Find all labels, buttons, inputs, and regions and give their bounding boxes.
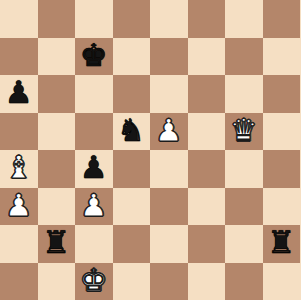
square-b2[interactable]: ♜ xyxy=(38,225,76,263)
square-d7[interactable] xyxy=(113,38,151,76)
piece-black-pawn[interactable]: ♟ xyxy=(80,152,108,183)
piece-black-rook[interactable]: ♜ xyxy=(42,227,70,258)
square-c6[interactable] xyxy=(75,75,113,113)
piece-black-pawn[interactable]: ♟ xyxy=(5,77,33,108)
square-f5[interactable] xyxy=(188,113,226,151)
square-h4[interactable] xyxy=(263,150,301,188)
square-h2[interactable]: ♜ xyxy=(263,225,301,263)
square-b8[interactable] xyxy=(38,0,76,38)
square-h3[interactable] xyxy=(263,188,301,226)
square-f6[interactable] xyxy=(188,75,226,113)
piece-white-pawn[interactable]: ♟ xyxy=(5,190,33,221)
square-c2[interactable] xyxy=(75,225,113,263)
square-c1[interactable]: ♚ xyxy=(75,263,113,300)
square-a7[interactable] xyxy=(0,38,38,76)
square-b7[interactable] xyxy=(38,38,76,76)
square-e1[interactable] xyxy=(150,263,188,300)
square-c5[interactable] xyxy=(75,113,113,151)
square-g1[interactable] xyxy=(225,263,263,300)
square-h6[interactable] xyxy=(263,75,301,113)
square-g6[interactable] xyxy=(225,75,263,113)
square-g2[interactable] xyxy=(225,225,263,263)
square-b3[interactable] xyxy=(38,188,76,226)
square-g3[interactable] xyxy=(225,188,263,226)
square-e5[interactable]: ♟ xyxy=(150,113,188,151)
square-c4[interactable]: ♟ xyxy=(75,150,113,188)
square-g8[interactable] xyxy=(225,0,263,38)
square-e2[interactable] xyxy=(150,225,188,263)
square-g7[interactable] xyxy=(225,38,263,76)
piece-white-pawn[interactable]: ♟ xyxy=(155,115,183,146)
piece-white-pawn[interactable]: ♟ xyxy=(80,190,108,221)
square-e3[interactable] xyxy=(150,188,188,226)
square-b5[interactable] xyxy=(38,113,76,151)
square-d3[interactable] xyxy=(113,188,151,226)
square-c3[interactable]: ♟ xyxy=(75,188,113,226)
square-e4[interactable] xyxy=(150,150,188,188)
square-f3[interactable] xyxy=(188,188,226,226)
square-f4[interactable] xyxy=(188,150,226,188)
square-d8[interactable] xyxy=(113,0,151,38)
square-d2[interactable] xyxy=(113,225,151,263)
square-f7[interactable] xyxy=(188,38,226,76)
square-a2[interactable] xyxy=(0,225,38,263)
piece-black-knight[interactable]: ♞ xyxy=(117,115,145,146)
square-b6[interactable] xyxy=(38,75,76,113)
square-f8[interactable] xyxy=(188,0,226,38)
piece-black-rook[interactable]: ♜ xyxy=(267,227,295,258)
square-h7[interactable] xyxy=(263,38,301,76)
piece-white-queen[interactable]: ♛ xyxy=(230,115,258,146)
square-e8[interactable] xyxy=(150,0,188,38)
square-h8[interactable] xyxy=(263,0,301,38)
square-d4[interactable] xyxy=(113,150,151,188)
square-a6[interactable]: ♟ xyxy=(0,75,38,113)
square-f1[interactable] xyxy=(188,263,226,300)
piece-black-king[interactable]: ♚ xyxy=(80,40,108,71)
square-h1[interactable] xyxy=(263,263,301,300)
square-b4[interactable] xyxy=(38,150,76,188)
piece-white-bishop[interactable]: ♝ xyxy=(5,152,33,183)
square-c7[interactable]: ♚ xyxy=(75,38,113,76)
square-d6[interactable] xyxy=(113,75,151,113)
square-b1[interactable] xyxy=(38,263,76,300)
square-a3[interactable]: ♟ xyxy=(0,188,38,226)
square-d1[interactable] xyxy=(113,263,151,300)
square-h5[interactable] xyxy=(263,113,301,151)
square-a1[interactable] xyxy=(0,263,38,300)
square-a4[interactable]: ♝ xyxy=(0,150,38,188)
square-a8[interactable] xyxy=(0,0,38,38)
square-f2[interactable] xyxy=(188,225,226,263)
square-g5[interactable]: ♛ xyxy=(225,113,263,151)
square-e7[interactable] xyxy=(150,38,188,76)
chess-board: ♚♟♞♟♛♝♟♟♟♜♜♚ xyxy=(0,0,300,300)
piece-white-king[interactable]: ♚ xyxy=(80,265,108,296)
square-c8[interactable] xyxy=(75,0,113,38)
square-e6[interactable] xyxy=(150,75,188,113)
square-g4[interactable] xyxy=(225,150,263,188)
square-a5[interactable] xyxy=(0,113,38,151)
square-d5[interactable]: ♞ xyxy=(113,113,151,151)
